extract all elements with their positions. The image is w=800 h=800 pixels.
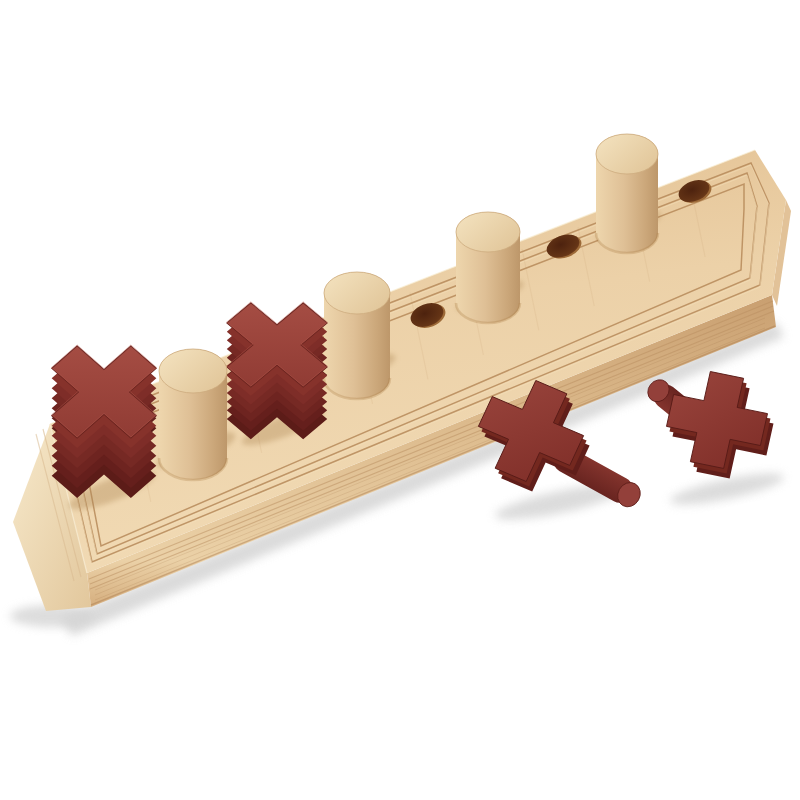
pegboard-scene bbox=[0, 0, 800, 800]
loose-piece-2-cross[interactable] bbox=[643, 365, 780, 484]
peg-top bbox=[596, 134, 658, 174]
product-photo-scene bbox=[0, 0, 800, 800]
slot-2-cylinder[interactable] bbox=[159, 349, 227, 480]
slot-6-cylinder[interactable] bbox=[456, 212, 520, 323]
peg-top bbox=[456, 212, 520, 252]
peg-top bbox=[324, 272, 390, 314]
slot-8-cylinder[interactable] bbox=[596, 134, 658, 253]
peg-top bbox=[159, 349, 227, 393]
slot-4-cylinder[interactable] bbox=[324, 272, 390, 399]
